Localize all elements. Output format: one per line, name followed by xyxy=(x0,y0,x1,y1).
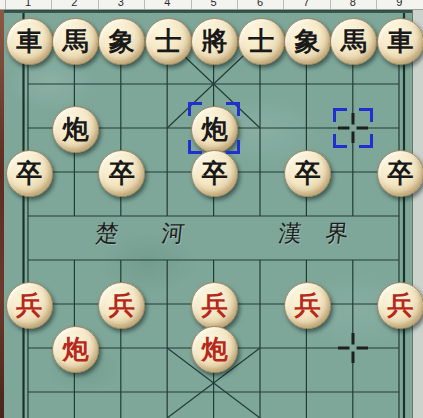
piece-red-soldier-e6[interactable]: 兵 xyxy=(191,282,238,329)
selection-corner-icon xyxy=(226,140,240,154)
piece-black-soldier-a3[interactable]: 卒 xyxy=(6,150,53,197)
xiangqi-app-screenshot: 123456789 xyxy=(0,0,423,418)
cross-gap xyxy=(349,125,356,132)
river-char-han: 漢 xyxy=(277,218,303,249)
cross-gap xyxy=(349,345,356,352)
piece-glyph: 馬 xyxy=(62,28,88,54)
marker-move-origin-h7 xyxy=(333,328,373,368)
file-number-separator xyxy=(51,0,52,9)
file-number: 8 xyxy=(350,0,356,8)
piece-black-advisor-f0[interactable]: 士 xyxy=(238,18,285,65)
piece-black-general-e0[interactable]: 將 xyxy=(191,18,238,65)
file-number: 9 xyxy=(396,0,402,8)
piece-black-soldier-c3[interactable]: 卒 xyxy=(98,150,145,197)
piece-glyph: 炮 xyxy=(202,336,228,362)
file-number: 2 xyxy=(71,0,77,8)
piece-red-soldier-a6[interactable]: 兵 xyxy=(6,282,53,329)
piece-glyph: 炮 xyxy=(62,336,88,362)
piece-black-cannon-b2[interactable]: 炮 xyxy=(52,106,99,153)
file-number-separator xyxy=(191,0,192,9)
file-number: 7 xyxy=(303,0,309,8)
file-number: 4 xyxy=(164,0,170,8)
piece-glyph: 車 xyxy=(387,28,413,54)
piece-black-elephant-c0[interactable]: 象 xyxy=(98,18,145,65)
file-number-bar: 123456789 xyxy=(0,0,423,10)
window-right-edge xyxy=(412,9,423,418)
piece-black-soldier-g3[interactable]: 卒 xyxy=(284,150,331,197)
selection-brackets xyxy=(188,102,240,154)
file-number-separator xyxy=(144,0,145,9)
file-number-separator xyxy=(5,0,6,9)
piece-glyph: 卒 xyxy=(202,160,228,186)
piece-red-soldier-i6[interactable]: 兵 xyxy=(377,282,423,329)
file-number-separator xyxy=(98,0,99,9)
piece-black-horse-h0[interactable]: 馬 xyxy=(330,18,377,65)
selection-corner-icon xyxy=(226,102,240,116)
piece-glyph: 車 xyxy=(16,28,42,54)
marker-corner-icon xyxy=(333,108,347,122)
piece-glyph: 士 xyxy=(248,28,274,54)
piece-red-cannon-b7[interactable]: 炮 xyxy=(52,326,99,373)
selection-corner-icon xyxy=(188,140,202,154)
piece-glyph: 卒 xyxy=(109,160,135,186)
piece-glyph: 卒 xyxy=(294,160,320,186)
file-number-separator xyxy=(376,0,377,9)
marker-corner-icon xyxy=(359,134,373,148)
river-char-chu: 楚 xyxy=(94,218,120,249)
file-number-separator xyxy=(283,0,284,9)
piece-glyph: 象 xyxy=(109,28,135,54)
piece-glyph: 兵 xyxy=(294,292,320,318)
piece-red-soldier-g6[interactable]: 兵 xyxy=(284,282,331,329)
selection-corner-icon xyxy=(188,102,202,116)
piece-red-soldier-c6[interactable]: 兵 xyxy=(98,282,145,329)
file-number-separator xyxy=(237,0,238,9)
piece-black-elephant-g0[interactable]: 象 xyxy=(284,18,331,65)
file-number-separator xyxy=(330,0,331,9)
piece-black-advisor-d0[interactable]: 士 xyxy=(145,18,192,65)
piece-glyph: 兵 xyxy=(109,292,135,318)
marker-last-move-origin-h2 xyxy=(333,108,373,148)
piece-black-soldier-e3[interactable]: 卒 xyxy=(191,150,238,197)
piece-glyph: 兵 xyxy=(387,292,413,318)
piece-black-horse-b0[interactable]: 馬 xyxy=(52,18,99,65)
xiangqi-board[interactable]: 楚 河 漢 界 車馬象士將士象馬車炮炮卒卒卒卒卒兵兵兵兵兵炮炮 xyxy=(0,9,423,418)
piece-glyph: 卒 xyxy=(387,160,413,186)
piece-glyph: 兵 xyxy=(202,292,228,318)
piece-black-soldier-i3[interactable]: 卒 xyxy=(377,150,423,197)
piece-glyph: 將 xyxy=(202,28,228,54)
file-number: 3 xyxy=(118,0,124,8)
piece-glyph: 卒 xyxy=(16,160,42,186)
marker-corner-icon xyxy=(359,108,373,122)
piece-black-chariot-a0[interactable]: 車 xyxy=(6,18,53,65)
piece-glyph: 兵 xyxy=(16,292,42,318)
river-char-he: 河 xyxy=(160,218,186,249)
file-number: 1 xyxy=(25,0,31,8)
river-char-jie: 界 xyxy=(324,218,350,249)
piece-glyph: 士 xyxy=(155,28,181,54)
marker-corner-icon xyxy=(333,134,347,148)
piece-glyph: 馬 xyxy=(341,28,367,54)
piece-black-chariot-i0[interactable]: 車 xyxy=(377,18,423,65)
file-number: 5 xyxy=(211,0,217,8)
piece-glyph: 象 xyxy=(294,28,320,54)
piece-glyph: 炮 xyxy=(62,116,88,142)
board-left-edge xyxy=(0,9,4,418)
file-number: 6 xyxy=(257,0,263,8)
piece-red-cannon-e7[interactable]: 炮 xyxy=(191,326,238,373)
